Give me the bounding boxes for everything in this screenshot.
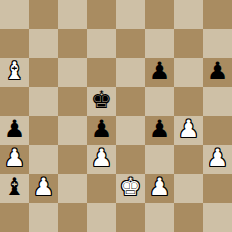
square-a7[interactable] (0, 29, 29, 58)
square-d4[interactable]: ♟ (87, 116, 116, 145)
square-d2[interactable] (87, 174, 116, 203)
square-d8[interactable] (87, 0, 116, 29)
square-e1[interactable] (116, 203, 145, 232)
white-pawn-d3[interactable]: ♟ (91, 145, 113, 173)
square-a3[interactable]: ♟ (0, 145, 29, 174)
white-bishop-a6[interactable]: ♝ (4, 58, 26, 86)
square-d7[interactable] (87, 29, 116, 58)
square-h3[interactable]: ♟ (203, 145, 232, 174)
square-e6[interactable] (116, 58, 145, 87)
square-d5[interactable]: ♚ (87, 87, 116, 116)
square-a6[interactable]: ♝ (0, 58, 29, 87)
square-b2[interactable]: ♟ (29, 174, 58, 203)
square-c7[interactable] (58, 29, 87, 58)
black-pawn-f6[interactable]: ♟ (149, 58, 171, 86)
square-d3[interactable]: ♟ (87, 145, 116, 174)
white-pawn-h3[interactable]: ♟ (207, 145, 229, 173)
square-h6[interactable]: ♟ (203, 58, 232, 87)
white-pawn-f2[interactable]: ♟ (149, 174, 171, 202)
square-e5[interactable] (116, 87, 145, 116)
square-f5[interactable] (145, 87, 174, 116)
square-b8[interactable] (29, 0, 58, 29)
square-a4[interactable]: ♟ (0, 116, 29, 145)
square-b4[interactable] (29, 116, 58, 145)
square-h7[interactable] (203, 29, 232, 58)
square-h4[interactable] (203, 116, 232, 145)
square-b5[interactable] (29, 87, 58, 116)
black-pawn-h6[interactable]: ♟ (207, 58, 229, 86)
black-pawn-d4[interactable]: ♟ (91, 116, 113, 144)
square-d1[interactable] (87, 203, 116, 232)
square-c4[interactable] (58, 116, 87, 145)
square-a8[interactable] (0, 0, 29, 29)
chess-board-window: ♝♟♟♚♟♟♟♟♟♟♟♝♟♚♟ (0, 0, 232, 232)
white-pawn-a3[interactable]: ♟ (4, 145, 26, 173)
square-f8[interactable] (145, 0, 174, 29)
square-b6[interactable] (29, 58, 58, 87)
square-g7[interactable] (174, 29, 203, 58)
square-f1[interactable] (145, 203, 174, 232)
square-e7[interactable] (116, 29, 145, 58)
square-b1[interactable] (29, 203, 58, 232)
white-pawn-g4[interactable]: ♟ (178, 116, 200, 144)
square-a2[interactable]: ♝ (0, 174, 29, 203)
square-g1[interactable] (174, 203, 203, 232)
square-e4[interactable] (116, 116, 145, 145)
square-b7[interactable] (29, 29, 58, 58)
square-g5[interactable] (174, 87, 203, 116)
square-g8[interactable] (174, 0, 203, 29)
square-c2[interactable] (58, 174, 87, 203)
white-pawn-b2[interactable]: ♟ (33, 174, 55, 202)
square-f4[interactable]: ♟ (145, 116, 174, 145)
square-h2[interactable] (203, 174, 232, 203)
square-f3[interactable] (145, 145, 174, 174)
square-d6[interactable] (87, 58, 116, 87)
black-pawn-f4[interactable]: ♟ (149, 116, 171, 144)
square-h8[interactable] (203, 0, 232, 29)
square-c1[interactable] (58, 203, 87, 232)
square-e8[interactable] (116, 0, 145, 29)
square-b3[interactable] (29, 145, 58, 174)
square-c3[interactable] (58, 145, 87, 174)
square-c5[interactable] (58, 87, 87, 116)
chess-board: ♝♟♟♚♟♟♟♟♟♟♟♝♟♚♟ (0, 0, 232, 232)
square-a5[interactable] (0, 87, 29, 116)
black-pawn-a4[interactable]: ♟ (4, 116, 26, 144)
square-f7[interactable] (145, 29, 174, 58)
square-h1[interactable] (203, 203, 232, 232)
square-a1[interactable] (0, 203, 29, 232)
square-h5[interactable] (203, 87, 232, 116)
white-king-e2[interactable]: ♚ (120, 174, 142, 202)
square-e2[interactable]: ♚ (116, 174, 145, 203)
square-c8[interactable] (58, 0, 87, 29)
square-c6[interactable] (58, 58, 87, 87)
square-g3[interactable] (174, 145, 203, 174)
square-g6[interactable] (174, 58, 203, 87)
black-bishop-a2[interactable]: ♝ (4, 174, 26, 202)
black-king-d5[interactable]: ♚ (91, 87, 113, 115)
square-g4[interactable]: ♟ (174, 116, 203, 145)
square-f6[interactable]: ♟ (145, 58, 174, 87)
square-e3[interactable] (116, 145, 145, 174)
square-f2[interactable]: ♟ (145, 174, 174, 203)
square-g2[interactable] (174, 174, 203, 203)
